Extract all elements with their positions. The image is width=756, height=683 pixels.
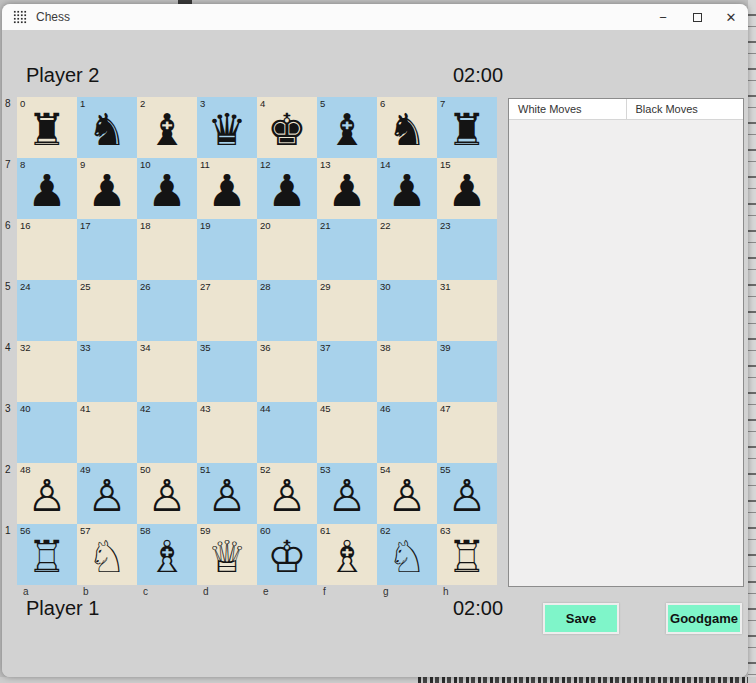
square-index: 60: [260, 526, 271, 536]
square-index: 53: [320, 465, 331, 475]
white-king-piece: ♔: [267, 535, 306, 579]
square-h2[interactable]: 55♙: [437, 463, 497, 524]
square-d7[interactable]: 11♟: [197, 158, 257, 219]
chess-app-window: Chess − ✕ Player 2 02:00 80♜1♞2♝3♛4♚5♝6♞…: [2, 4, 748, 677]
square-d3[interactable]: 43: [197, 402, 257, 463]
square-h5[interactable]: 31: [437, 280, 497, 341]
white-pawn-piece: ♙: [327, 474, 366, 518]
white-pawn-piece: ♙: [207, 474, 246, 518]
square-index: 1: [80, 99, 85, 109]
square-index: 25: [80, 282, 91, 292]
moves-panel: White Moves Black Moves: [508, 98, 744, 587]
white-bishop-piece: ♗: [147, 535, 186, 579]
background-text-fragments: [418, 677, 748, 683]
square-index: 0: [20, 99, 25, 109]
square-b2[interactable]: 49♙: [77, 463, 137, 524]
square-index: 39: [440, 343, 451, 353]
square-index: 45: [320, 404, 331, 414]
square-index: 61: [320, 526, 331, 536]
square-c6[interactable]: 18: [137, 219, 197, 280]
square-index: 41: [80, 404, 91, 414]
square-g5[interactable]: 30: [377, 280, 437, 341]
square-index: 7: [440, 99, 445, 109]
square-index: 13: [320, 160, 331, 170]
title-bar: Chess − ✕: [2, 4, 748, 30]
square-f1[interactable]: 61♗: [317, 524, 377, 585]
square-index: 57: [80, 526, 91, 536]
black-moves-header[interactable]: Black Moves: [626, 99, 744, 119]
client-area: Player 2 02:00 80♜1♞2♝3♛4♚5♝6♞7♜78♟9♟10♟…: [2, 30, 748, 677]
chess-board: 80♜1♞2♝3♛4♚5♝6♞7♜78♟9♟10♟11♟12♟13♟14♟15♟…: [5, 97, 497, 646]
black-knight-piece: ♞: [387, 108, 426, 152]
maximize-button[interactable]: [680, 4, 714, 30]
square-index: 27: [200, 282, 211, 292]
square-e5[interactable]: 28: [257, 280, 317, 341]
square-e3[interactable]: 44: [257, 402, 317, 463]
square-b4[interactable]: 33: [77, 341, 137, 402]
square-index: 37: [320, 343, 331, 353]
square-a7[interactable]: 8♟: [17, 158, 77, 219]
square-f2[interactable]: 53♙: [317, 463, 377, 524]
square-index: 19: [200, 221, 211, 231]
square-b1[interactable]: 57♘: [77, 524, 137, 585]
square-d2[interactable]: 51♙: [197, 463, 257, 524]
square-index: 6: [380, 99, 385, 109]
black-pawn-piece: ♟: [327, 169, 366, 213]
square-index: 59: [200, 526, 211, 536]
white-pawn-piece: ♙: [267, 474, 306, 518]
square-index: 50: [140, 465, 151, 475]
square-c5[interactable]: 26: [137, 280, 197, 341]
square-c4[interactable]: 34: [137, 341, 197, 402]
square-index: 43: [200, 404, 211, 414]
square-index: 51: [200, 465, 211, 475]
rank-label-4: 4: [5, 341, 17, 402]
square-index: 31: [440, 282, 451, 292]
background-window-artifact-right: [748, 0, 756, 683]
minimize-button[interactable]: −: [646, 4, 680, 30]
black-pawn-piece: ♟: [447, 169, 486, 213]
square-index: 3: [200, 99, 205, 109]
white-pawn-piece: ♙: [27, 474, 66, 518]
square-index: 42: [140, 404, 151, 414]
square-a6[interactable]: 16: [17, 219, 77, 280]
square-g6[interactable]: 22: [377, 219, 437, 280]
square-index: 56: [20, 526, 31, 536]
square-index: 10: [140, 160, 151, 170]
rank-label-3: 3: [5, 402, 17, 463]
square-f6[interactable]: 21: [317, 219, 377, 280]
maximize-icon: [693, 13, 702, 22]
square-g7[interactable]: 14♟: [377, 158, 437, 219]
square-a4[interactable]: 32: [17, 341, 77, 402]
player2-clock: 02:00: [453, 64, 503, 87]
black-king-piece: ♚: [267, 108, 306, 152]
square-b5[interactable]: 25: [77, 280, 137, 341]
rank-label-2: 2: [5, 463, 17, 524]
square-index: 54: [380, 465, 391, 475]
square-e4[interactable]: 36: [257, 341, 317, 402]
square-index: 14: [380, 160, 391, 170]
square-index: 46: [380, 404, 391, 414]
square-index: 2: [140, 99, 145, 109]
square-index: 9: [80, 160, 85, 170]
black-rook-piece: ♜: [27, 108, 66, 152]
square-index: 26: [140, 282, 151, 292]
square-index: 29: [320, 282, 331, 292]
square-f4[interactable]: 37: [317, 341, 377, 402]
square-index: 49: [80, 465, 91, 475]
square-index: 58: [140, 526, 151, 536]
white-pawn-piece: ♙: [87, 474, 126, 518]
square-e8[interactable]: 4♚: [257, 97, 317, 158]
square-a8[interactable]: 0♜: [17, 97, 77, 158]
square-index: 38: [380, 343, 391, 353]
square-index: 22: [380, 221, 391, 231]
rank-label-8: 8: [5, 97, 17, 158]
square-h3[interactable]: 47: [437, 402, 497, 463]
white-moves-header[interactable]: White Moves: [509, 99, 626, 119]
black-pawn-piece: ♟: [87, 169, 126, 213]
moves-header: White Moves Black Moves: [509, 99, 743, 120]
square-e2[interactable]: 52♙: [257, 463, 317, 524]
square-d4[interactable]: 35: [197, 341, 257, 402]
black-pawn-piece: ♟: [27, 169, 66, 213]
square-h8[interactable]: 7♜: [437, 97, 497, 158]
square-h6[interactable]: 23: [437, 219, 497, 280]
square-f3[interactable]: 45: [317, 402, 377, 463]
square-b7[interactable]: 9♟: [77, 158, 137, 219]
square-g8[interactable]: 6♞: [377, 97, 437, 158]
square-index: 32: [20, 343, 31, 353]
player2-name: Player 2: [26, 64, 99, 87]
square-a5[interactable]: 24: [17, 280, 77, 341]
square-index: 30: [380, 282, 391, 292]
square-index: 52: [260, 465, 271, 475]
window-title: Chess: [36, 10, 70, 24]
rank-label-7: 7: [5, 158, 17, 219]
black-pawn-piece: ♟: [267, 169, 306, 213]
square-e6[interactable]: 20: [257, 219, 317, 280]
square-h1[interactable]: 63♖: [437, 524, 497, 585]
square-index: 8: [20, 160, 25, 170]
square-index: 47: [440, 404, 451, 414]
background-window-artifact-bottom: [0, 677, 756, 683]
black-pawn-piece: ♟: [207, 169, 246, 213]
square-b6[interactable]: 17: [77, 219, 137, 280]
goodgame-button[interactable]: Goodgame: [666, 603, 742, 634]
square-index: 62: [380, 526, 391, 536]
black-pawn-piece: ♟: [387, 169, 426, 213]
square-index: 24: [20, 282, 31, 292]
file-label-g: g: [377, 585, 437, 599]
square-c3[interactable]: 42: [137, 402, 197, 463]
square-c2[interactable]: 50♙: [137, 463, 197, 524]
white-rook-piece: ♖: [27, 535, 66, 579]
square-e7[interactable]: 12♟: [257, 158, 317, 219]
square-index: 34: [140, 343, 151, 353]
square-d1[interactable]: 59♕: [197, 524, 257, 585]
black-bishop-piece: ♝: [147, 108, 186, 152]
square-a3[interactable]: 40: [17, 402, 77, 463]
square-index: 55: [440, 465, 451, 475]
square-f7[interactable]: 13♟: [317, 158, 377, 219]
square-index: 18: [140, 221, 151, 231]
file-label-e: e: [257, 585, 317, 599]
square-d8[interactable]: 3♛: [197, 97, 257, 158]
square-index: 36: [260, 343, 271, 353]
white-knight-piece: ♘: [87, 535, 126, 579]
file-label-c: c: [137, 585, 197, 599]
square-c8[interactable]: 2♝: [137, 97, 197, 158]
square-h4[interactable]: 39: [437, 341, 497, 402]
square-index: 16: [20, 221, 31, 231]
square-index: 63: [440, 526, 451, 536]
square-f5[interactable]: 29: [317, 280, 377, 341]
black-knight-piece: ♞: [87, 108, 126, 152]
square-g3[interactable]: 46: [377, 402, 437, 463]
square-index: 12: [260, 160, 271, 170]
square-b8[interactable]: 1♞: [77, 97, 137, 158]
square-index: 33: [80, 343, 91, 353]
square-index: 44: [260, 404, 271, 414]
square-index: 17: [80, 221, 91, 231]
player1-clock: 02:00: [453, 597, 503, 620]
square-c7[interactable]: 10♟: [137, 158, 197, 219]
square-e1[interactable]: 60♔: [257, 524, 317, 585]
chessboard-app-icon: [13, 10, 27, 24]
square-d6[interactable]: 19: [197, 219, 257, 280]
black-pawn-piece: ♟: [147, 169, 186, 213]
square-f8[interactable]: 5♝: [317, 97, 377, 158]
white-pawn-piece: ♙: [387, 474, 426, 518]
square-d5[interactable]: 27: [197, 280, 257, 341]
file-label-d: d: [197, 585, 257, 599]
white-pawn-piece: ♙: [447, 474, 486, 518]
white-queen-piece: ♕: [207, 535, 246, 579]
white-bishop-piece: ♗: [327, 535, 366, 579]
rank-label-6: 6: [5, 219, 17, 280]
square-g4[interactable]: 38: [377, 341, 437, 402]
square-a1[interactable]: 56♖: [17, 524, 77, 585]
black-queen-piece: ♛: [207, 108, 246, 152]
square-c1[interactable]: 58♗: [137, 524, 197, 585]
black-rook-piece: ♜: [447, 108, 486, 152]
square-index: 11: [200, 160, 210, 170]
white-pawn-piece: ♙: [147, 474, 186, 518]
black-bishop-piece: ♝: [327, 108, 366, 152]
white-knight-piece: ♘: [387, 535, 426, 579]
square-g2[interactable]: 54♙: [377, 463, 437, 524]
square-b3[interactable]: 41: [77, 402, 137, 463]
square-index: 5: [320, 99, 325, 109]
square-index: 28: [260, 282, 271, 292]
square-index: 40: [20, 404, 31, 414]
close-button[interactable]: ✕: [714, 4, 748, 30]
square-index: 35: [200, 343, 211, 353]
rank-label-1: 1: [5, 524, 17, 585]
square-g1[interactable]: 62♘: [377, 524, 437, 585]
square-index: 15: [440, 160, 451, 170]
square-a2[interactable]: 48♙: [17, 463, 77, 524]
square-index: 4: [260, 99, 265, 109]
rank-label-5: 5: [5, 280, 17, 341]
white-rook-piece: ♖: [447, 535, 486, 579]
player1-name: Player 1: [26, 597, 99, 620]
square-h7[interactable]: 15♟: [437, 158, 497, 219]
square-index: 23: [440, 221, 451, 231]
square-index: 48: [20, 465, 31, 475]
moves-list[interactable]: [509, 120, 743, 586]
save-button[interactable]: Save: [543, 603, 619, 634]
square-index: 20: [260, 221, 271, 231]
file-label-f: f: [317, 585, 377, 599]
square-index: 21: [320, 221, 331, 231]
